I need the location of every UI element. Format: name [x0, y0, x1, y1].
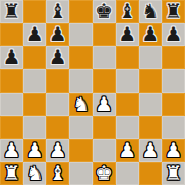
- square-g6[interactable]: [139, 46, 162, 69]
- square-d8[interactable]: [69, 0, 92, 23]
- square-f2[interactable]: ♟: [116, 139, 139, 162]
- square-g8[interactable]: ♞: [139, 0, 162, 23]
- piece-black-pawn[interactable]: ♟: [49, 23, 67, 46]
- piece-black-rook[interactable]: ♜: [164, 0, 182, 23]
- square-g4[interactable]: [139, 93, 162, 116]
- square-c2[interactable]: ♟: [46, 139, 69, 162]
- piece-black-pawn[interactable]: ♟: [3, 46, 21, 69]
- piece-white-pawn[interactable]: ♟: [95, 93, 113, 116]
- square-b2[interactable]: ♟: [23, 139, 46, 162]
- square-g7[interactable]: ♟: [139, 23, 162, 46]
- square-f5[interactable]: [116, 69, 139, 92]
- square-f3[interactable]: [116, 116, 139, 139]
- square-e3[interactable]: [93, 116, 116, 139]
- square-b7[interactable]: ♟: [23, 23, 46, 46]
- square-e6[interactable]: [93, 46, 116, 69]
- square-b8[interactable]: [23, 0, 46, 23]
- square-e7[interactable]: [93, 23, 116, 46]
- square-g3[interactable]: [139, 116, 162, 139]
- piece-black-king[interactable]: ♚: [95, 0, 113, 23]
- square-h6[interactable]: [162, 46, 185, 69]
- square-d2[interactable]: [69, 139, 92, 162]
- square-a2[interactable]: ♟: [0, 139, 23, 162]
- square-f6[interactable]: [116, 46, 139, 69]
- square-d7[interactable]: [69, 23, 92, 46]
- square-a6[interactable]: ♟: [0, 46, 23, 69]
- square-d5[interactable]: [69, 69, 92, 92]
- piece-white-pawn[interactable]: ♟: [26, 139, 44, 162]
- square-c7[interactable]: ♟: [46, 23, 69, 46]
- piece-black-pawn[interactable]: ♟: [164, 23, 182, 46]
- square-d4[interactable]: ♞: [69, 93, 92, 116]
- square-h4[interactable]: [162, 93, 185, 116]
- piece-white-pawn[interactable]: ♟: [3, 139, 21, 162]
- square-f8[interactable]: ♝: [116, 0, 139, 23]
- piece-black-pawn[interactable]: ♟: [141, 23, 159, 46]
- square-c3[interactable]: [46, 116, 69, 139]
- square-c4[interactable]: [46, 93, 69, 116]
- square-h7[interactable]: ♟: [162, 23, 185, 46]
- square-d1[interactable]: [69, 162, 92, 185]
- piece-white-bishop[interactable]: ♝: [49, 162, 67, 185]
- piece-white-pawn[interactable]: ♟: [118, 139, 136, 162]
- square-f1[interactable]: [116, 162, 139, 185]
- piece-black-pawn[interactable]: ♟: [118, 23, 136, 46]
- square-f7[interactable]: ♟: [116, 23, 139, 46]
- square-d6[interactable]: [69, 46, 92, 69]
- square-h1[interactable]: ♜: [162, 162, 185, 185]
- square-e8[interactable]: ♚: [93, 0, 116, 23]
- square-b6[interactable]: [23, 46, 46, 69]
- square-a4[interactable]: [0, 93, 23, 116]
- piece-black-pawn[interactable]: ♟: [26, 23, 44, 46]
- piece-white-knight[interactable]: ♞: [26, 162, 44, 185]
- chess-board: ♜♝♚♝♞♜♟♟♟♟♟♟♟♞♟♟♟♟♟♟♟♜♞♝♚♜: [0, 0, 185, 185]
- square-e2[interactable]: [93, 139, 116, 162]
- piece-black-rook[interactable]: ♜: [3, 0, 21, 23]
- square-h5[interactable]: [162, 69, 185, 92]
- square-c1[interactable]: ♝: [46, 162, 69, 185]
- piece-white-pawn[interactable]: ♟: [49, 139, 67, 162]
- square-a5[interactable]: [0, 69, 23, 92]
- square-f4[interactable]: [116, 93, 139, 116]
- square-g1[interactable]: [139, 162, 162, 185]
- piece-black-bishop[interactable]: ♝: [118, 0, 136, 23]
- piece-black-pawn[interactable]: ♟: [49, 46, 67, 69]
- piece-white-rook[interactable]: ♜: [3, 162, 21, 185]
- square-c5[interactable]: [46, 69, 69, 92]
- piece-black-bishop[interactable]: ♝: [49, 0, 67, 23]
- piece-white-pawn[interactable]: ♟: [141, 139, 159, 162]
- square-g2[interactable]: ♟: [139, 139, 162, 162]
- square-e1[interactable]: ♚: [93, 162, 116, 185]
- square-h3[interactable]: [162, 116, 185, 139]
- square-e4[interactable]: ♟: [93, 93, 116, 116]
- square-a1[interactable]: ♜: [0, 162, 23, 185]
- square-h8[interactable]: ♜: [162, 0, 185, 23]
- square-e5[interactable]: [93, 69, 116, 92]
- square-a3[interactable]: [0, 116, 23, 139]
- square-a7[interactable]: [0, 23, 23, 46]
- square-a8[interactable]: ♜: [0, 0, 23, 23]
- piece-black-knight[interactable]: ♞: [141, 0, 159, 23]
- square-d3[interactable]: [69, 116, 92, 139]
- square-c8[interactable]: ♝: [46, 0, 69, 23]
- square-b4[interactable]: [23, 93, 46, 116]
- piece-white-rook[interactable]: ♜: [164, 162, 182, 185]
- piece-white-knight[interactable]: ♞: [72, 93, 90, 116]
- square-b3[interactable]: [23, 116, 46, 139]
- square-b1[interactable]: ♞: [23, 162, 46, 185]
- square-g5[interactable]: [139, 69, 162, 92]
- piece-white-king[interactable]: ♚: [95, 162, 113, 185]
- square-b5[interactable]: [23, 69, 46, 92]
- piece-white-pawn[interactable]: ♟: [164, 139, 182, 162]
- square-c6[interactable]: ♟: [46, 46, 69, 69]
- square-h2[interactable]: ♟: [162, 139, 185, 162]
